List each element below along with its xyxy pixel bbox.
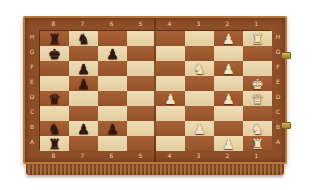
frame-corner [271,150,285,162]
black-pawn: ♟ [69,76,98,92]
file-label: D [276,94,281,100]
square-b3[interactable]: ♟ [185,121,214,136]
black-pawn: ♟ [98,121,127,137]
black-rook: ♜ [40,136,69,152]
square-b8[interactable]: ♞ [40,121,69,136]
square-g8[interactable]: ♚ [40,46,69,61]
square-g5[interactable] [127,46,156,61]
black-king: ♚ [40,46,69,62]
square-g7[interactable] [69,46,98,61]
chess-set: 87654321 HGFEDCBA ♜♞♟♜♚♟♟♞♟♟♚♛♟♟♛♞♟♟♟♞♜♟… [23,16,287,175]
rank-label: 2 [226,21,230,27]
square-c8[interactable] [40,106,69,121]
file-label: D [30,94,35,100]
square-d8[interactable]: ♛ [40,91,69,106]
white-knight: ♞ [243,121,272,137]
white-pawn: ♟ [214,136,243,152]
file-label: B [30,124,34,130]
square-c2[interactable] [214,106,243,121]
square-b7[interactable]: ♟ [69,121,98,136]
file-label: C [30,109,34,115]
square-e5[interactable] [127,76,156,91]
rank-label: 4 [168,21,172,27]
square-c3[interactable] [185,106,214,121]
rank-label: 6 [110,21,114,27]
rank-label: 4 [168,153,172,159]
square-d6[interactable] [98,91,127,106]
file-label: B [276,124,280,130]
square-d4[interactable]: ♟ [156,91,185,106]
square-h7[interactable]: ♞ [69,31,98,46]
white-pawn: ♟ [156,91,185,107]
rank-label: 5 [139,153,143,159]
square-e2[interactable] [214,76,243,91]
square-h1[interactable]: ♜ [243,31,272,46]
square-h5[interactable] [127,31,156,46]
square-a7[interactable] [69,136,98,151]
rank-label: 1 [255,21,259,27]
frame-corner [25,150,39,162]
square-d1[interactable]: ♛ [243,91,272,106]
square-f4[interactable] [156,61,185,76]
black-pawn: ♟ [69,121,98,137]
rank-label: 2 [226,153,230,159]
board-fold-hinge [154,18,156,162]
brass-clasp-upper[interactable] [281,52,291,59]
square-e3[interactable] [185,76,214,91]
square-c7[interactable] [69,106,98,121]
square-f6[interactable] [98,61,127,76]
file-label: H [276,34,281,40]
square-b4[interactable] [156,121,185,136]
square-d3[interactable] [185,91,214,106]
black-pawn: ♟ [69,61,98,77]
file-label: H [30,34,35,40]
square-b2[interactable] [214,121,243,136]
square-a5[interactable] [127,136,156,151]
rank-label: 8 [52,153,56,159]
rank-label: 1 [255,153,259,159]
black-knight: ♞ [40,121,69,137]
square-a3[interactable] [185,136,214,151]
rank-label: 7 [81,21,85,27]
file-label: E [30,79,34,85]
square-f7[interactable]: ♟ [69,61,98,76]
file-label: G [276,49,281,55]
square-b6[interactable]: ♟ [98,121,127,136]
square-h8[interactable]: ♜ [40,31,69,46]
file-labels-left: HGFEDCBA [25,30,39,150]
frame-corner [271,18,285,30]
file-label: E [276,79,280,85]
square-f1[interactable] [243,61,272,76]
square-e8[interactable] [40,76,69,91]
square-f3[interactable]: ♞ [185,61,214,76]
square-g3[interactable] [185,46,214,61]
white-pawn: ♟ [214,31,243,47]
square-c6[interactable] [98,106,127,121]
square-a2[interactable]: ♟ [214,136,243,151]
square-d2[interactable]: ♟ [214,91,243,106]
square-g2[interactable] [214,46,243,61]
square-c4[interactable] [156,106,185,121]
rank-label: 8 [52,21,56,27]
square-a1[interactable]: ♜ [243,136,272,151]
white-queen: ♛ [243,91,272,107]
rank-label: 6 [110,153,114,159]
white-knight: ♞ [185,61,214,77]
white-pawn: ♟ [185,121,214,137]
file-label: A [276,139,280,145]
black-pawn: ♟ [98,46,127,62]
square-f5[interactable] [127,61,156,76]
square-e7[interactable]: ♟ [69,76,98,91]
square-h6[interactable] [98,31,127,46]
file-label: C [276,109,280,115]
file-label: G [30,49,35,55]
square-b1[interactable]: ♞ [243,121,272,136]
square-d7[interactable] [69,91,98,106]
white-king: ♚ [243,76,272,92]
board-frame: 87654321 HGFEDCBA ♜♞♟♜♚♟♟♞♟♟♚♛♟♟♛♞♟♟♟♞♜♟… [23,16,287,164]
square-c5[interactable] [127,106,156,121]
black-rook: ♜ [40,31,69,47]
square-h4[interactable] [156,31,185,46]
square-a8[interactable]: ♜ [40,136,69,151]
square-a6[interactable] [98,136,127,151]
brass-clasp-lower[interactable] [281,122,291,129]
square-c1[interactable] [243,106,272,121]
black-queen: ♛ [40,91,69,107]
rank-label: 3 [197,21,201,27]
white-rook: ♜ [243,31,272,47]
square-g6[interactable]: ♟ [98,46,127,61]
rank-label: 3 [197,153,201,159]
square-e6[interactable] [98,76,127,91]
square-f2[interactable]: ♟ [214,61,243,76]
rank-label: 7 [81,153,85,159]
square-h2[interactable]: ♟ [214,31,243,46]
white-pawn: ♟ [214,91,243,107]
square-e1[interactable]: ♚ [243,76,272,91]
file-label: F [276,64,279,70]
file-labels-right: HGFEDCBA [271,30,285,150]
square-e4[interactable] [156,76,185,91]
rank-label: 5 [139,21,143,27]
square-a4[interactable] [156,136,185,151]
square-g1[interactable] [243,46,272,61]
white-rook: ♜ [243,136,272,152]
square-g4[interactable] [156,46,185,61]
black-knight: ♞ [69,31,98,47]
square-f8[interactable] [40,61,69,76]
square-d5[interactable] [127,91,156,106]
carved-front-edge [26,164,284,175]
white-pawn: ♟ [214,61,243,77]
file-label: A [30,139,34,145]
frame-corner [25,18,39,30]
square-h3[interactable] [185,31,214,46]
file-label: F [30,64,33,70]
square-b5[interactable] [127,121,156,136]
